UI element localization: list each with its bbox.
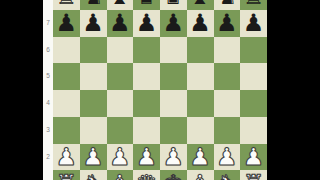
black-bishop[interactable]: ♝ xyxy=(109,0,131,8)
square-f5[interactable] xyxy=(187,63,214,90)
square-f1[interactable]: ♝ xyxy=(187,170,214,180)
white-bishop[interactable]: ♝ xyxy=(189,172,211,180)
square-c4[interactable] xyxy=(107,90,134,117)
square-c5[interactable] xyxy=(107,63,134,90)
square-e2[interactable]: ♟ xyxy=(160,144,187,171)
square-d7[interactable]: ♟ xyxy=(133,10,160,37)
white-king[interactable]: ♚ xyxy=(163,172,185,180)
rank-label-3: 3 xyxy=(43,117,53,144)
square-e3[interactable] xyxy=(160,117,187,144)
square-a5[interactable] xyxy=(53,63,80,90)
square-b1[interactable]: ♞ xyxy=(80,170,107,180)
white-knight[interactable]: ♞ xyxy=(216,172,238,180)
white-pawn[interactable]: ♟ xyxy=(216,145,238,169)
black-queen[interactable]: ♛ xyxy=(136,0,158,8)
square-c2[interactable]: ♟ xyxy=(107,144,134,171)
square-h5[interactable] xyxy=(240,63,267,90)
rank-label-7: 7 xyxy=(43,10,53,37)
rank-label-8: 8 xyxy=(43,0,53,10)
white-knight[interactable]: ♞ xyxy=(82,172,104,180)
white-rook[interactable]: ♜ xyxy=(56,172,78,180)
square-h1[interactable]: ♜ xyxy=(240,170,267,180)
square-h4[interactable] xyxy=(240,90,267,117)
square-f2[interactable]: ♟ xyxy=(187,144,214,171)
square-e5[interactable] xyxy=(160,63,187,90)
white-pawn[interactable]: ♟ xyxy=(163,145,185,169)
white-pawn[interactable]: ♟ xyxy=(243,145,265,169)
square-f3[interactable] xyxy=(187,117,214,144)
rank-coordinates: 8 7 6 5 4 3 2 1 xyxy=(43,0,53,180)
square-f4[interactable] xyxy=(187,90,214,117)
black-rook[interactable]: ♜ xyxy=(243,0,265,8)
chess-board: ♜♞♝♛♚♝♞♜♟♟♟♟♟♟♟♟♟♟♟♟♟♟♟♟♜♞♝♛♚♝♞♜ xyxy=(53,0,267,180)
square-d6[interactable] xyxy=(133,37,160,64)
square-h3[interactable] xyxy=(240,117,267,144)
square-g2[interactable]: ♟ xyxy=(214,144,241,171)
rank-label-2: 2 xyxy=(43,144,53,171)
square-d2[interactable]: ♟ xyxy=(133,144,160,171)
square-g5[interactable] xyxy=(214,63,241,90)
black-pawn[interactable]: ♟ xyxy=(189,11,211,35)
black-pawn[interactable]: ♟ xyxy=(216,11,238,35)
rank-label-6: 6 xyxy=(43,37,53,64)
square-a6[interactable] xyxy=(53,37,80,64)
white-pawn[interactable]: ♟ xyxy=(189,145,211,169)
square-g3[interactable] xyxy=(214,117,241,144)
square-h2[interactable]: ♟ xyxy=(240,144,267,171)
square-d1[interactable]: ♛ xyxy=(133,170,160,180)
white-pawn[interactable]: ♟ xyxy=(56,145,78,169)
rank-label-5: 5 xyxy=(43,63,53,90)
square-f6[interactable] xyxy=(187,37,214,64)
square-g4[interactable] xyxy=(214,90,241,117)
square-b3[interactable] xyxy=(80,117,107,144)
square-g7[interactable]: ♟ xyxy=(214,10,241,37)
square-e7[interactable]: ♟ xyxy=(160,10,187,37)
black-pawn[interactable]: ♟ xyxy=(82,11,104,35)
square-c1[interactable]: ♝ xyxy=(107,170,134,180)
black-bishop[interactable]: ♝ xyxy=(189,0,211,8)
white-bishop[interactable]: ♝ xyxy=(109,172,131,180)
chess-app-screenshot: 8 7 6 5 4 3 2 1 ♜♞♝♛♚♝♞♜♟♟♟♟♟♟♟♟♟♟♟♟♟♟♟♟… xyxy=(0,0,320,180)
square-h7[interactable]: ♟ xyxy=(240,10,267,37)
black-rook[interactable]: ♜ xyxy=(56,0,78,8)
rank-label-4: 4 xyxy=(43,90,53,117)
square-e1[interactable]: ♚ xyxy=(160,170,187,180)
white-pawn[interactable]: ♟ xyxy=(82,145,104,169)
black-pawn[interactable]: ♟ xyxy=(163,11,185,35)
black-pawn[interactable]: ♟ xyxy=(56,11,78,35)
white-rook[interactable]: ♜ xyxy=(243,172,265,180)
square-f7[interactable]: ♟ xyxy=(187,10,214,37)
white-pawn[interactable]: ♟ xyxy=(136,145,158,169)
square-b7[interactable]: ♟ xyxy=(80,10,107,37)
white-pawn[interactable]: ♟ xyxy=(109,145,131,169)
square-a1[interactable]: ♜ xyxy=(53,170,80,180)
white-queen[interactable]: ♛ xyxy=(136,172,158,180)
square-c3[interactable] xyxy=(107,117,134,144)
square-b6[interactable] xyxy=(80,37,107,64)
square-g6[interactable] xyxy=(214,37,241,64)
square-c7[interactable]: ♟ xyxy=(107,10,134,37)
square-a4[interactable] xyxy=(53,90,80,117)
square-a7[interactable]: ♟ xyxy=(53,10,80,37)
square-h6[interactable] xyxy=(240,37,267,64)
square-e6[interactable] xyxy=(160,37,187,64)
rank-label-1: 1 xyxy=(43,170,53,180)
black-king[interactable]: ♚ xyxy=(163,0,185,8)
square-b4[interactable] xyxy=(80,90,107,117)
black-knight[interactable]: ♞ xyxy=(216,0,238,8)
square-a2[interactable]: ♟ xyxy=(53,144,80,171)
square-d4[interactable] xyxy=(133,90,160,117)
square-g1[interactable]: ♞ xyxy=(214,170,241,180)
black-pawn[interactable]: ♟ xyxy=(109,11,131,35)
black-pawn[interactable]: ♟ xyxy=(136,11,158,35)
square-e4[interactable] xyxy=(160,90,187,117)
square-b5[interactable] xyxy=(80,63,107,90)
black-pawn[interactable]: ♟ xyxy=(243,11,265,35)
square-d5[interactable] xyxy=(133,63,160,90)
square-d3[interactable] xyxy=(133,117,160,144)
square-a3[interactable] xyxy=(53,117,80,144)
square-c6[interactable] xyxy=(107,37,134,64)
square-b2[interactable]: ♟ xyxy=(80,144,107,171)
black-knight[interactable]: ♞ xyxy=(82,0,104,8)
